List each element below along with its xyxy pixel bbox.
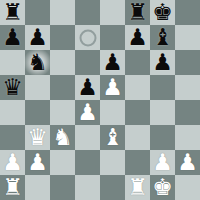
square-g1[interactable]: ♚ [150,175,175,200]
square-e3[interactable]: ♝ [100,125,125,150]
piece-white-pawn[interactable]: ♟ [100,75,125,100]
square-h2[interactable]: ♟ [175,150,200,175]
square-h3[interactable] [175,125,200,150]
square-f8[interactable]: ♜ [125,0,150,25]
square-b4[interactable] [25,100,50,125]
square-a8[interactable]: ♜ [0,0,25,25]
square-h5[interactable] [175,75,200,100]
square-h1[interactable] [175,175,200,200]
square-a4[interactable] [0,100,25,125]
square-g5[interactable] [150,75,175,100]
square-a5[interactable]: ♛ [0,75,25,100]
piece-black-queen[interactable]: ♛ [0,75,25,100]
piece-black-king[interactable]: ♚ [150,0,175,25]
move-hint-ring [79,29,96,46]
square-e6[interactable]: ♟ [100,50,125,75]
square-h6[interactable] [175,50,200,75]
piece-black-rook[interactable]: ♜ [125,0,150,25]
square-c1[interactable] [50,175,75,200]
piece-black-pawn[interactable]: ♟ [150,50,175,75]
piece-white-pawn[interactable]: ♟ [75,100,100,125]
piece-black-bishop[interactable]: ♝ [150,25,175,50]
piece-white-rook[interactable]: ♜ [125,175,150,200]
square-f3[interactable] [125,125,150,150]
square-g2[interactable]: ♟ [150,150,175,175]
square-b8[interactable] [25,0,50,25]
square-e8[interactable] [100,0,125,25]
square-f2[interactable] [125,150,150,175]
square-b5[interactable] [25,75,50,100]
square-c6[interactable] [50,50,75,75]
piece-white-rook[interactable]: ♜ [0,175,25,200]
square-f4[interactable] [125,100,150,125]
piece-white-pawn[interactable]: ♟ [150,150,175,175]
piece-black-pawn[interactable]: ♟ [25,25,50,50]
piece-white-pawn[interactable]: ♟ [175,150,200,175]
square-c2[interactable] [50,150,75,175]
square-a7[interactable]: ♟ [0,25,25,50]
square-e4[interactable] [100,100,125,125]
square-b2[interactable]: ♟ [25,150,50,175]
square-c8[interactable] [50,0,75,25]
square-e1[interactable] [100,175,125,200]
square-a1[interactable]: ♜ [0,175,25,200]
square-g7[interactable]: ♝ [150,25,175,50]
square-e2[interactable] [100,150,125,175]
square-d5[interactable]: ♟ [75,75,100,100]
square-a3[interactable] [0,125,25,150]
square-f7[interactable]: ♟ [125,25,150,50]
chess-board: ♜♜♚♟♟♟♝♞♟♟♛♟♟♟♛♞♝♟♟♟♟♜♜♚ [0,0,200,200]
chess-app: ♜♜♚♟♟♟♝♞♟♟♛♟♟♟♛♞♝♟♟♟♟♜♜♚ [0,0,200,200]
square-f6[interactable] [125,50,150,75]
piece-black-knight[interactable]: ♞ [25,50,50,75]
square-d8[interactable] [75,0,100,25]
square-h7[interactable] [175,25,200,50]
square-g3[interactable] [150,125,175,150]
square-d1[interactable] [75,175,100,200]
square-f5[interactable] [125,75,150,100]
piece-white-knight[interactable]: ♞ [50,125,75,150]
square-b7[interactable]: ♟ [25,25,50,50]
square-b3[interactable]: ♛ [25,125,50,150]
square-c5[interactable] [50,75,75,100]
square-c4[interactable] [50,100,75,125]
square-h4[interactable] [175,100,200,125]
square-b6[interactable]: ♞ [25,50,50,75]
square-g6[interactable]: ♟ [150,50,175,75]
square-c3[interactable]: ♞ [50,125,75,150]
square-h8[interactable] [175,0,200,25]
piece-white-queen[interactable]: ♛ [25,125,50,150]
square-a2[interactable]: ♟ [0,150,25,175]
piece-black-pawn[interactable]: ♟ [100,50,125,75]
square-f1[interactable]: ♜ [125,175,150,200]
piece-black-pawn[interactable]: ♟ [125,25,150,50]
piece-black-rook[interactable]: ♜ [0,0,25,25]
piece-white-pawn[interactable]: ♟ [0,150,25,175]
square-d6[interactable] [75,50,100,75]
square-g8[interactable]: ♚ [150,0,175,25]
square-d4[interactable]: ♟ [75,100,100,125]
square-e5[interactable]: ♟ [100,75,125,100]
square-c7[interactable] [50,25,75,50]
square-g4[interactable] [150,100,175,125]
square-a6[interactable] [0,50,25,75]
piece-white-pawn[interactable]: ♟ [25,150,50,175]
square-e7[interactable] [100,25,125,50]
square-d3[interactable] [75,125,100,150]
square-d7[interactable] [75,25,100,50]
square-b1[interactable] [25,175,50,200]
piece-white-king[interactable]: ♚ [150,175,175,200]
square-d2[interactable] [75,150,100,175]
piece-black-pawn[interactable]: ♟ [0,25,25,50]
piece-white-bishop[interactable]: ♝ [100,125,125,150]
piece-black-pawn[interactable]: ♟ [75,75,100,100]
